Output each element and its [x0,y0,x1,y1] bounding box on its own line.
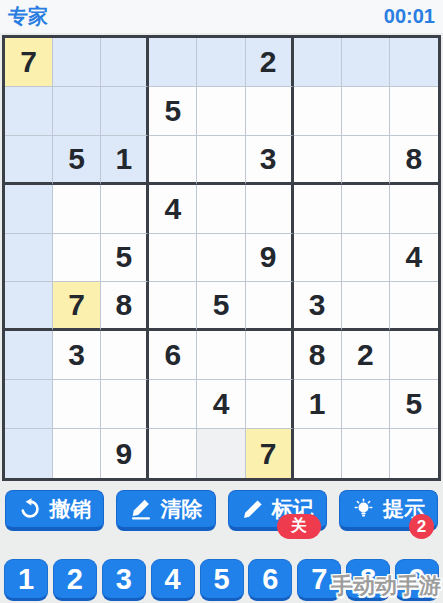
mark-badge: 关 [277,514,321,539]
cell-r5c5[interactable] [197,234,245,283]
cell-r7c8[interactable]: 2 [342,331,390,380]
cell-r6c4[interactable] [149,282,197,331]
cell-r6c9[interactable] [390,282,438,331]
sudoku-board: 725513845947853368241597 [2,35,441,481]
cell-r7c5[interactable] [197,331,245,380]
num-4-button[interactable]: 4 [151,559,195,601]
cell-r8c2[interactable] [53,380,101,429]
cell-r3c8[interactable] [342,136,390,185]
cell-r9c2[interactable] [53,429,101,478]
num-1-button[interactable]: 1 [4,559,48,601]
cell-r6c8[interactable] [342,282,390,331]
cell-r4c6[interactable] [246,185,294,234]
cell-r7c9[interactable] [390,331,438,380]
cell-r3c6[interactable]: 3 [246,136,294,185]
cell-r7c6[interactable] [246,331,294,380]
cell-r5c6[interactable]: 9 [246,234,294,283]
cell-r9c4[interactable] [149,429,197,478]
cell-r2c6[interactable] [246,87,294,136]
cell-r8c8[interactable] [342,380,390,429]
cell-r5c3[interactable]: 5 [101,234,149,283]
cell-r3c2[interactable]: 5 [53,136,101,185]
undo-icon [18,497,42,521]
clear-label: 清除 [160,495,202,523]
cell-r8c6[interactable] [246,380,294,429]
cell-r2c4[interactable]: 5 [149,87,197,136]
top-bar: 专家 00:01 [0,0,443,33]
cell-r7c7[interactable]: 8 [294,331,342,380]
cell-r1c1[interactable]: 7 [5,38,53,87]
hint-button[interactable]: 提示 2 [339,490,438,531]
cell-r9c8[interactable] [342,429,390,478]
number-pad: 123456789 [0,559,443,601]
cell-r4c5[interactable] [197,185,245,234]
eraser-icon [129,497,153,521]
cell-r5c2[interactable] [53,234,101,283]
cell-r4c3[interactable] [101,185,149,234]
cell-r9c5[interactable] [197,429,245,478]
cell-r7c1[interactable] [5,331,53,380]
cell-r4c2[interactable] [53,185,101,234]
hint-badge: 2 [409,514,434,539]
cell-r4c7[interactable] [294,185,342,234]
mark-button[interactable]: 标记 关 [228,490,327,531]
num-6-button[interactable]: 6 [248,559,292,601]
cell-r1c7[interactable] [294,38,342,87]
cell-r3c1[interactable] [5,136,53,185]
cell-r9c9[interactable] [390,429,438,478]
cell-r5c4[interactable] [149,234,197,283]
cell-r8c1[interactable] [5,380,53,429]
num-7-button[interactable]: 7 [297,559,341,601]
cell-r2c3[interactable] [101,87,149,136]
num-2-button[interactable]: 2 [53,559,97,601]
cell-r9c1[interactable] [5,429,53,478]
cell-r9c3[interactable]: 9 [101,429,149,478]
cell-r3c7[interactable] [294,136,342,185]
cell-r3c5[interactable] [197,136,245,185]
cell-r8c9[interactable]: 5 [390,380,438,429]
clear-button[interactable]: 清除 [116,490,215,531]
cell-r4c4[interactable]: 4 [149,185,197,234]
timer: 00:01 [384,5,435,28]
cell-r5c9[interactable]: 4 [390,234,438,283]
action-bar: 撤销 清除 标记 关 [0,490,443,531]
cell-r7c2[interactable]: 3 [53,331,101,380]
num-3-button[interactable]: 3 [102,559,146,601]
cell-r6c3[interactable]: 8 [101,282,149,331]
cell-r2c1[interactable] [5,87,53,136]
num-8-button[interactable]: 8 [346,559,390,601]
undo-label: 撤销 [49,495,91,523]
cell-r8c4[interactable] [149,380,197,429]
cell-r1c3[interactable] [101,38,149,87]
cell-r4c8[interactable] [342,185,390,234]
cell-r7c4[interactable]: 6 [149,331,197,380]
cell-r1c2[interactable] [53,38,101,87]
cell-r1c8[interactable] [342,38,390,87]
cell-r5c7[interactable] [294,234,342,283]
cell-r6c5[interactable]: 5 [197,282,245,331]
cell-r9c7[interactable] [294,429,342,478]
cell-r5c8[interactable] [342,234,390,283]
cell-r2c8[interactable] [342,87,390,136]
cell-r5c1[interactable] [5,234,53,283]
undo-button[interactable]: 撤销 [5,490,104,531]
cell-r9c6[interactable]: 7 [246,429,294,478]
cell-r6c1[interactable] [5,282,53,331]
cell-r1c5[interactable] [197,38,245,87]
cell-r6c7[interactable]: 3 [294,282,342,331]
cell-r6c6[interactable] [246,282,294,331]
cell-r4c9[interactable] [390,185,438,234]
cell-r1c4[interactable] [149,38,197,87]
cell-r3c9[interactable]: 8 [390,136,438,185]
difficulty-label: 专家 [8,3,48,30]
cell-r6c2[interactable]: 7 [53,282,101,331]
cell-r8c7[interactable]: 1 [294,380,342,429]
cell-r8c5[interactable]: 4 [197,380,245,429]
cell-r4c1[interactable] [5,185,53,234]
cell-r3c3[interactable]: 1 [101,136,149,185]
cell-r2c2[interactable] [53,87,101,136]
num-9-button[interactable]: 9 [395,559,439,601]
pencil-icon [241,497,265,521]
cell-r1c9[interactable] [390,38,438,87]
cell-r2c5[interactable] [197,87,245,136]
cell-r1c6[interactable]: 2 [246,38,294,87]
cell-r8c3[interactable] [101,380,149,429]
num-5-button[interactable]: 5 [200,559,244,601]
cell-r7c3[interactable] [101,331,149,380]
cell-r3c4[interactable] [149,136,197,185]
bulb-icon [352,497,376,521]
cell-r2c7[interactable] [294,87,342,136]
cell-r2c9[interactable] [390,87,438,136]
